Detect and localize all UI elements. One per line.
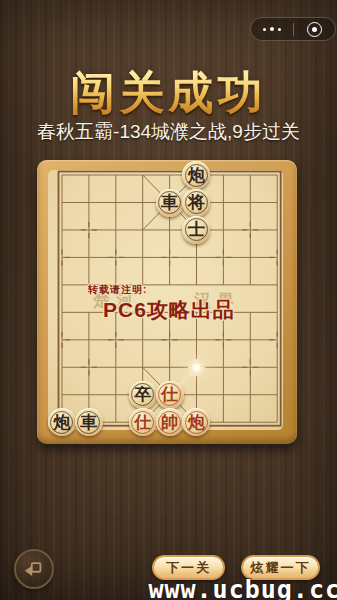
exit-target-icon [307, 22, 322, 37]
game-result-screen: 闯关成功 春秋五霸-134城濮之战,9步过关 楚河 汉界 炮車将士卒仕炮車仕帥炮… [0, 0, 337, 600]
strategy-watermark: 转载请注明: PC6攻略出品 [88, 283, 235, 324]
more-dots-icon [270, 27, 274, 31]
site-watermark: www.ucbug.cc [148, 575, 337, 600]
xiangqi-piece[interactable]: 車 [156, 189, 184, 217]
xiangqi-piece[interactable]: 車 [75, 408, 103, 436]
more-dots-icon [278, 28, 281, 31]
xiangqi-piece[interactable]: 仕 [156, 381, 184, 409]
xiangqi-piece[interactable]: 将 [182, 189, 210, 217]
xiangqi-piece[interactable]: 炮 [182, 161, 210, 189]
xiangqi-piece[interactable]: 卒 [129, 381, 157, 409]
page-title: 闯关成功 [0, 68, 337, 118]
undo-arrow-icon [23, 558, 45, 580]
xiangqi-piece[interactable]: 炮 [182, 408, 210, 436]
xiangqi-piece[interactable]: 炮 [48, 408, 76, 436]
last-move-sparkle [193, 364, 200, 371]
watermark-brand: PC6攻略出品 [103, 296, 235, 324]
wechat-capsule[interactable] [250, 17, 336, 41]
exit-button[interactable] [294, 22, 336, 37]
xiangqi-piece[interactable]: 仕 [129, 408, 157, 436]
more-button[interactable] [251, 27, 293, 31]
xiangqi-piece[interactable]: 士 [182, 216, 210, 244]
undo-button[interactable] [14, 549, 54, 589]
more-dots-icon [263, 28, 266, 31]
watermark-note: 转载请注明: [88, 283, 235, 297]
xiangqi-piece[interactable]: 帥 [156, 408, 184, 436]
level-subtitle: 春秋五霸-134城濮之战,9步过关 [0, 119, 337, 145]
